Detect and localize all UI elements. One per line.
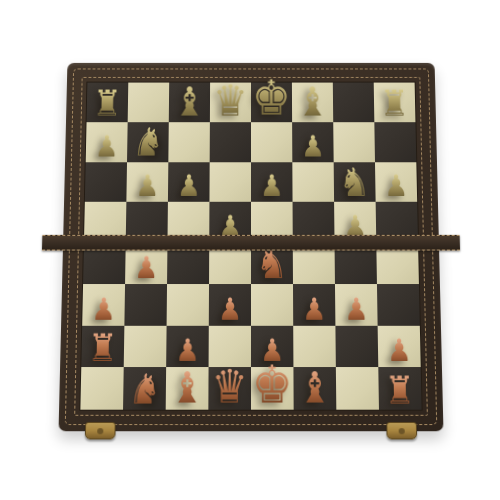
piece-brass-pawn-e6[interactable]: ♟ (260, 174, 284, 201)
piece-copper-queen-d1[interactable]: ♛ (211, 366, 247, 409)
piece-copper-pawn-d3[interactable]: ♟ (218, 296, 242, 324)
square-c6[interactable]: ♟ (168, 162, 210, 202)
piece-brass-queen-d8[interactable]: ♛ (213, 81, 248, 121)
square-f3[interactable]: ♟ (293, 284, 335, 326)
square-g1[interactable] (336, 367, 379, 409)
square-h1[interactable]: ♜ (378, 367, 421, 409)
piece-copper-king-e1[interactable]: ♚ (252, 361, 293, 409)
piece-copper-pawn-c2[interactable]: ♟ (175, 338, 200, 366)
square-e7[interactable] (251, 122, 292, 162)
square-d7[interactable] (210, 122, 251, 162)
piece-brass-pawn-h6[interactable]: ♟ (384, 174, 408, 201)
square-b3[interactable] (124, 284, 167, 326)
square-a6[interactable] (85, 162, 127, 202)
piece-copper-pawn-h2[interactable]: ♟ (387, 338, 412, 366)
piece-brass-rook-a8[interactable]: ♜ (93, 88, 123, 121)
square-b2[interactable] (124, 325, 167, 367)
fold-seam (42, 235, 460, 251)
square-c3[interactable] (167, 284, 209, 326)
square-a1[interactable] (80, 367, 123, 409)
square-b7[interactable]: ♞ (127, 122, 169, 162)
square-h2[interactable]: ♟ (378, 325, 421, 367)
piece-brass-pawn-f7[interactable]: ♟ (301, 134, 325, 161)
piece-brass-pawn-b6[interactable]: ♟ (135, 174, 159, 201)
square-g3[interactable]: ♟ (335, 284, 378, 326)
piece-brass-pawn-c6[interactable]: ♟ (177, 174, 201, 201)
square-f6[interactable] (292, 162, 334, 202)
case-clasp-right[interactable] (386, 422, 417, 439)
piece-brass-bishop-f8[interactable]: ♝ (296, 84, 329, 121)
square-f1[interactable]: ♝ (293, 367, 336, 409)
square-d3[interactable]: ♟ (209, 284, 251, 326)
square-g2[interactable] (335, 325, 378, 367)
piece-brass-knight-b7[interactable]: ♞ (132, 125, 164, 161)
piece-copper-pawn-f3[interactable]: ♟ (302, 296, 327, 324)
square-f8[interactable]: ♝ (292, 83, 333, 122)
square-g7[interactable] (333, 122, 375, 162)
square-g6[interactable]: ♞ (334, 162, 376, 202)
piece-brass-king-e8[interactable]: ♚ (252, 77, 291, 122)
square-a2[interactable]: ♜ (81, 325, 124, 367)
square-a3[interactable]: ♟ (82, 284, 125, 326)
square-b6[interactable]: ♟ (126, 162, 168, 202)
piece-copper-pawn-b4[interactable]: ♟ (134, 255, 159, 283)
piece-copper-rook-a2[interactable]: ♜ (88, 331, 118, 366)
square-e3[interactable] (251, 284, 293, 326)
piece-copper-pawn-a3[interactable]: ♟ (91, 296, 116, 324)
square-h6[interactable]: ♟ (375, 162, 417, 202)
leather-chess-case: ♜♝♛♚♝♜♟♞♟♟♟♟♞♟♟♟♟♞♟♟♟♟♜♟♟♟♞♝♛♚♝♜ (59, 63, 444, 431)
square-f7[interactable]: ♟ (292, 122, 334, 162)
square-g8[interactable] (333, 83, 375, 122)
square-h7[interactable] (374, 122, 416, 162)
square-c7[interactable] (168, 122, 210, 162)
square-d8[interactable]: ♛ (210, 83, 251, 122)
square-h3[interactable] (377, 284, 420, 326)
square-a7[interactable]: ♟ (86, 122, 128, 162)
piece-copper-bishop-c1[interactable]: ♝ (170, 369, 204, 408)
square-a8[interactable]: ♜ (87, 83, 129, 122)
square-d1[interactable]: ♛ (208, 367, 251, 409)
case-clasp-left[interactable] (85, 422, 116, 439)
square-c2[interactable]: ♟ (166, 325, 209, 367)
square-b8[interactable] (128, 83, 170, 122)
square-c8[interactable]: ♝ (169, 83, 210, 122)
square-f2[interactable] (293, 325, 336, 367)
square-b1[interactable]: ♞ (123, 367, 166, 409)
square-c1[interactable]: ♝ (166, 367, 209, 409)
square-e6[interactable]: ♟ (251, 162, 293, 202)
square-e1[interactable]: ♚ (251, 367, 294, 409)
piece-copper-rook-h1[interactable]: ♜ (385, 373, 416, 408)
square-e8[interactable]: ♚ (251, 83, 292, 122)
piece-copper-pawn-g3[interactable]: ♟ (344, 296, 369, 324)
piece-copper-bishop-f1[interactable]: ♝ (298, 369, 332, 408)
piece-copper-knight-b1[interactable]: ♞ (128, 370, 161, 408)
piece-brass-pawn-a7[interactable]: ♟ (94, 134, 118, 161)
piece-brass-rook-h8[interactable]: ♜ (380, 88, 410, 121)
square-h8[interactable]: ♜ (374, 83, 416, 122)
piece-copper-knight-e4[interactable]: ♞ (256, 246, 288, 283)
square-d6[interactable] (209, 162, 251, 202)
piece-brass-bishop-c8[interactable]: ♝ (173, 84, 206, 121)
piece-brass-knight-g6[interactable]: ♞ (338, 165, 370, 201)
